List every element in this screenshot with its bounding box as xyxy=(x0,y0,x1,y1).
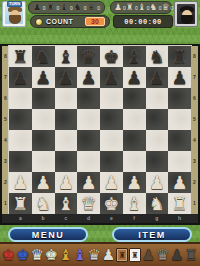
square-b4[interactable] xyxy=(32,130,55,151)
rank-label-7: 7 xyxy=(191,67,198,88)
square-f2[interactable]: ♟ xyxy=(123,172,146,193)
file-label-c: c xyxy=(55,214,78,223)
rank-labels-right: 87654321 xyxy=(191,46,198,214)
square-c6[interactable] xyxy=(55,88,78,109)
rank-label-3: 3 xyxy=(191,151,198,172)
captured-queen-icon: ♛ xyxy=(161,2,169,13)
piece-black-b8[interactable]: ♞ xyxy=(32,46,55,67)
captured-pawn-icon: ♟ xyxy=(33,2,41,13)
square-a5[interactable] xyxy=(9,109,32,130)
square-h6[interactable] xyxy=(168,88,191,109)
square-c5[interactable] xyxy=(55,109,78,130)
captured-bishop-icon: ♝ xyxy=(138,2,146,13)
file-label-g: g xyxy=(146,214,169,223)
piece-white-a2[interactable]: ♟ xyxy=(9,172,32,193)
captured-rook-icon: ♜ xyxy=(46,2,54,13)
square-f7[interactable]: ♟ xyxy=(123,67,146,88)
rank-label-5: 5 xyxy=(2,109,9,130)
square-h2[interactable]: ♟ xyxy=(168,172,191,193)
item-queen-figure-icon[interactable]: ♛ xyxy=(88,244,101,266)
square-c3[interactable] xyxy=(55,151,78,172)
square-g5[interactable] xyxy=(146,109,169,130)
piece-black-b7[interactable]: ♟ xyxy=(32,67,55,88)
piece-black-c8[interactable]: ♝ xyxy=(55,46,78,67)
square-g7[interactable]: ♟ xyxy=(146,67,169,88)
square-g1[interactable]: ♞ xyxy=(146,193,169,214)
item-queen-figure-icon[interactable]: ♛ xyxy=(156,244,169,266)
piece-black-e7[interactable]: ♟ xyxy=(100,67,123,88)
square-a1[interactable]: ♜ xyxy=(9,193,32,214)
item-pawn-figure-icon[interactable]: ♟ xyxy=(170,244,183,266)
square-g3[interactable] xyxy=(146,151,169,172)
rank-label-6: 6 xyxy=(2,88,9,109)
captured-queen-count: 0 xyxy=(171,5,174,11)
rank-label-2: 2 xyxy=(2,172,9,193)
piece-black-a8[interactable]: ♜ xyxy=(9,46,32,67)
square-d5[interactable] xyxy=(77,109,100,130)
square-d3[interactable] xyxy=(77,151,100,172)
piece-white-d2[interactable]: ♟ xyxy=(77,172,100,193)
file-label-d: d xyxy=(77,214,100,223)
rank-label-1: 1 xyxy=(191,193,198,214)
square-e1[interactable]: ♚ xyxy=(100,193,123,214)
square-d6[interactable] xyxy=(77,88,100,109)
square-h7[interactable]: ♟ xyxy=(168,67,191,88)
player-portrait xyxy=(5,4,23,24)
square-e2[interactable]: ♟ xyxy=(100,172,123,193)
piece-white-h1[interactable]: ♜ xyxy=(168,193,191,214)
square-f4[interactable] xyxy=(123,130,146,151)
rank-label-5: 5 xyxy=(191,109,198,130)
square-d4[interactable] xyxy=(77,130,100,151)
file-label-e: e xyxy=(100,214,123,223)
captured-queen-icon: ♛ xyxy=(87,2,95,13)
square-c1[interactable]: ♝ xyxy=(55,193,78,214)
item-king-figure-icon[interactable]: ♚ xyxy=(45,244,58,266)
square-g8[interactable]: ♞ xyxy=(146,46,169,67)
item-bishop-figure-icon[interactable]: ♝ xyxy=(59,244,72,266)
square-e3[interactable] xyxy=(100,151,123,172)
portrait-beard xyxy=(181,15,193,24)
square-c8[interactable]: ♝ xyxy=(55,46,78,67)
piece-black-g7[interactable]: ♟ xyxy=(146,67,169,88)
file-label-a: a xyxy=(9,214,32,223)
square-f5[interactable] xyxy=(123,109,146,130)
move-count-bar: COUNT 30 xyxy=(30,15,110,28)
captured-bishop-icon: ♝ xyxy=(60,2,68,13)
rank-label-2: 2 xyxy=(191,172,198,193)
square-a6[interactable] xyxy=(9,88,32,109)
piece-white-c1[interactable]: ♝ xyxy=(55,193,78,214)
square-h3[interactable] xyxy=(168,151,191,172)
item-rook-figure-icon[interactable]: ♜ xyxy=(185,244,198,266)
captured-knight-icon: ♞ xyxy=(150,2,158,13)
piece-white-c2[interactable]: ♟ xyxy=(55,172,78,193)
square-d7[interactable]: ♟ xyxy=(77,67,100,88)
square-c2[interactable]: ♟ xyxy=(55,172,78,193)
piece-white-e2[interactable]: ♟ xyxy=(100,172,123,193)
item-icons-bar: ♚♚♛♚♝♝♛♟♜♜♟♛♟♜ xyxy=(0,242,200,266)
square-h1[interactable]: ♜ xyxy=(168,193,191,214)
square-g2[interactable]: ♟ xyxy=(146,172,169,193)
file-label-b: b xyxy=(32,214,55,223)
piece-white-f2[interactable]: ♟ xyxy=(123,172,146,193)
piece-black-f8[interactable]: ♝ xyxy=(123,46,146,67)
rank-label-3: 3 xyxy=(2,151,9,172)
file-labels: abcdefgh xyxy=(2,214,198,223)
square-e4[interactable] xyxy=(100,130,123,151)
piece-black-d8[interactable]: ♛ xyxy=(77,46,100,67)
piece-black-e8[interactable]: ♚ xyxy=(100,46,123,67)
rank-label-4: 4 xyxy=(191,130,198,151)
rank-label-1: 1 xyxy=(2,193,9,214)
captured-queen-count: 0 xyxy=(97,5,100,11)
square-f6[interactable] xyxy=(123,88,146,109)
square-a2[interactable]: ♟ xyxy=(9,172,32,193)
piece-black-a7[interactable]: ♟ xyxy=(9,67,32,88)
square-e5[interactable] xyxy=(100,109,123,130)
square-b2[interactable]: ♟ xyxy=(32,172,55,193)
piece-white-f1[interactable]: ♝ xyxy=(123,193,146,214)
portrait-beard xyxy=(9,15,21,24)
square-b3[interactable] xyxy=(32,151,55,172)
item-king-figure-icon[interactable]: ♚ xyxy=(2,244,15,266)
rank-label-4: 4 xyxy=(2,130,9,151)
item-king-figure-icon[interactable]: ♚ xyxy=(16,244,29,266)
opponent-avatar xyxy=(174,1,198,27)
item-pawn-figure-icon[interactable]: ♟ xyxy=(102,244,115,266)
captured-knight-icon: ♞ xyxy=(74,2,82,13)
square-h5[interactable] xyxy=(168,109,191,130)
piece-white-d1[interactable]: ♛ xyxy=(77,193,100,214)
captured-rook-count: 0 xyxy=(56,5,59,11)
square-f8[interactable]: ♝ xyxy=(123,46,146,67)
count-label: COUNT xyxy=(46,18,73,25)
timer-value: 00:00:00 xyxy=(124,18,162,26)
piece-black-g8[interactable]: ♞ xyxy=(146,46,169,67)
square-e6[interactable] xyxy=(100,88,123,109)
square-e7[interactable]: ♟ xyxy=(100,67,123,88)
rank-label-6: 6 xyxy=(191,88,198,109)
item-card-icon[interactable]: ♜ xyxy=(116,248,128,262)
item-pawn-figure-icon[interactable]: ♟ xyxy=(142,244,155,266)
item-card-icon[interactable]: ♜ xyxy=(129,248,141,262)
square-d8[interactable]: ♛ xyxy=(77,46,100,67)
square-b6[interactable] xyxy=(32,88,55,109)
square-a8[interactable]: ♜ xyxy=(9,46,32,67)
chess-board: 87654321 ♜♞♝♛♚♝♞♜♟♟♟♟♟♟♟♟♟♟♟♟♟♟♟♟♜♞♝♛♚♝♞… xyxy=(0,44,200,225)
rank-label-8: 8 xyxy=(191,46,198,67)
chess-game-screen: TURN ♟0♜0♝0♞0♛0 ♟0♜0♝0♞0♛0 COUNT 30 00:0… xyxy=(0,0,200,266)
file-label-h: h xyxy=(168,214,191,223)
square-h4[interactable] xyxy=(168,130,191,151)
square-d2[interactable]: ♟ xyxy=(77,172,100,193)
captured-black-pieces-tray: ♟0♜0♝0♞0♛0 xyxy=(28,1,105,14)
square-b8[interactable]: ♞ xyxy=(32,46,55,67)
square-f3[interactable] xyxy=(123,151,146,172)
square-b1[interactable]: ♞ xyxy=(32,193,55,214)
square-b7[interactable]: ♟ xyxy=(32,67,55,88)
square-f1[interactable]: ♝ xyxy=(123,193,146,214)
piece-white-g2[interactable]: ♟ xyxy=(146,172,169,193)
game-timer: 00:00:00 xyxy=(113,15,173,28)
square-d1[interactable]: ♛ xyxy=(77,193,100,214)
opponent-portrait xyxy=(177,4,195,24)
piece-black-c7[interactable]: ♟ xyxy=(55,67,78,88)
captured-white-pieces-tray: ♟0♜0♝0♞0♛0 xyxy=(110,1,172,14)
square-a7[interactable]: ♟ xyxy=(9,67,32,88)
piece-white-b2[interactable]: ♟ xyxy=(32,172,55,193)
square-c7[interactable]: ♟ xyxy=(55,67,78,88)
piece-white-a1[interactable]: ♜ xyxy=(9,193,32,214)
piece-black-f7[interactable]: ♟ xyxy=(123,67,146,88)
piece-white-h2[interactable]: ♟ xyxy=(168,172,191,193)
piece-white-b1[interactable]: ♞ xyxy=(32,193,55,214)
count-value-badge: 30 xyxy=(85,17,105,26)
menu-button[interactable]: MENU xyxy=(8,227,88,242)
rank-labels-left: 87654321 xyxy=(2,46,9,214)
piece-white-g1[interactable]: ♞ xyxy=(146,193,169,214)
item-queen-figure-icon[interactable]: ♛ xyxy=(31,244,44,266)
square-e8[interactable]: ♚ xyxy=(100,46,123,67)
captured-pawn-icon: ♟ xyxy=(114,2,122,13)
item-bishop-figure-icon[interactable]: ♝ xyxy=(73,244,86,266)
piece-black-h8[interactable]: ♜ xyxy=(168,46,191,67)
square-g4[interactable] xyxy=(146,130,169,151)
piece-black-d7[interactable]: ♟ xyxy=(77,67,100,88)
captured-rook-icon: ♜ xyxy=(126,2,134,13)
piece-black-h7[interactable]: ♟ xyxy=(168,67,191,88)
turn-indicator: TURN xyxy=(7,1,22,7)
rank-label-8: 8 xyxy=(2,46,9,67)
square-c4[interactable] xyxy=(55,130,78,151)
item-button[interactable]: ITEM xyxy=(112,227,192,242)
square-b5[interactable] xyxy=(32,109,55,130)
square-g6[interactable] xyxy=(146,88,169,109)
square-a4[interactable] xyxy=(9,130,32,151)
board-squares: ♜♞♝♛♚♝♞♜♟♟♟♟♟♟♟♟♟♟♟♟♟♟♟♟♜♞♝♛♚♝♞♜ xyxy=(9,46,191,214)
rank-label-7: 7 xyxy=(2,67,9,88)
file-label-f: f xyxy=(123,214,146,223)
stopwatch-icon xyxy=(35,18,43,26)
square-h8[interactable]: ♜ xyxy=(168,46,191,67)
captured-bishop-count: 0 xyxy=(70,5,73,11)
piece-white-e1[interactable]: ♚ xyxy=(100,193,123,214)
square-a3[interactable] xyxy=(9,151,32,172)
player-avatar: TURN xyxy=(2,1,26,27)
